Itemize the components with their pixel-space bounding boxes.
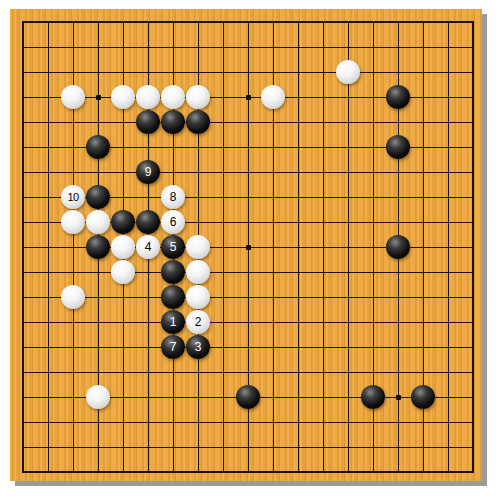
- stone-black-move-9: 9: [136, 160, 160, 184]
- stone-black: [161, 110, 185, 134]
- grid-line-horizontal: [22, 471, 474, 473]
- stone-black: [411, 385, 435, 409]
- move-number-label: 9: [145, 166, 152, 178]
- stone-white: [111, 85, 135, 109]
- stone-black: [236, 385, 260, 409]
- stone-white: [186, 85, 210, 109]
- stone-white: [186, 260, 210, 284]
- grid-line-horizontal: [22, 447, 474, 448]
- grid-line-horizontal: [22, 297, 474, 298]
- stone-black: [386, 235, 410, 259]
- stone-white: [111, 260, 135, 284]
- stone-black-move-3: 3: [186, 335, 210, 359]
- stone-white: [186, 285, 210, 309]
- stone-black-move-7: 7: [161, 335, 185, 359]
- stone-white: [136, 85, 160, 109]
- star-point: [396, 395, 401, 400]
- grid-line-horizontal: [22, 347, 474, 348]
- stone-white: [86, 385, 110, 409]
- stone-white: [111, 235, 135, 259]
- stone-black: [386, 85, 410, 109]
- grid-line-horizontal: [22, 372, 474, 373]
- stone-white: [61, 85, 85, 109]
- stone-black: [386, 135, 410, 159]
- stone-white: [61, 285, 85, 309]
- star-point: [246, 245, 251, 250]
- stone-white: [261, 85, 285, 109]
- grid-line-horizontal: [22, 422, 474, 423]
- stone-white: [161, 85, 185, 109]
- stone-black: [136, 210, 160, 234]
- move-number-label: 2: [195, 316, 202, 328]
- stone-black-move-1: 1: [161, 310, 185, 334]
- go-diagram: 91086451273: [0, 0, 500, 500]
- stone-white: [86, 210, 110, 234]
- move-number-label: 6: [170, 216, 177, 228]
- stone-white-move-8: 8: [161, 185, 185, 209]
- stone-white-move-2: 2: [186, 310, 210, 334]
- move-number-label: 5: [170, 241, 177, 253]
- move-number-label: 7: [170, 341, 177, 353]
- stone-black: [161, 285, 185, 309]
- star-point: [246, 95, 251, 100]
- stone-white-move-6: 6: [161, 210, 185, 234]
- stone-black: [361, 385, 385, 409]
- grid-line-vertical: [472, 21, 474, 473]
- grid-line-vertical: [348, 21, 349, 473]
- stone-white: [336, 60, 360, 84]
- stone-white-move-10: 10: [61, 185, 85, 209]
- go-board[interactable]: 91086451273: [10, 9, 482, 481]
- stone-black: [111, 210, 135, 234]
- stone-white-move-4: 4: [136, 235, 160, 259]
- move-number-label: 8: [170, 191, 177, 203]
- move-number-label: 1: [170, 316, 177, 328]
- stone-black-move-5: 5: [161, 235, 185, 259]
- grid-line-vertical: [298, 21, 299, 473]
- grid-line-horizontal: [22, 272, 474, 273]
- move-number-label: 10: [67, 192, 78, 203]
- stone-black: [161, 260, 185, 284]
- grid-line-vertical: [448, 21, 449, 473]
- move-number-label: 4: [145, 241, 152, 253]
- stone-black: [86, 235, 110, 259]
- stone-black: [86, 185, 110, 209]
- stone-white: [61, 210, 85, 234]
- star-point: [96, 95, 101, 100]
- stone-black: [86, 135, 110, 159]
- grid-line-horizontal: [22, 322, 474, 323]
- stone-black: [136, 110, 160, 134]
- grid-line-vertical: [323, 21, 324, 473]
- stone-white: [186, 235, 210, 259]
- stone-black: [186, 110, 210, 134]
- move-number-label: 3: [195, 341, 202, 353]
